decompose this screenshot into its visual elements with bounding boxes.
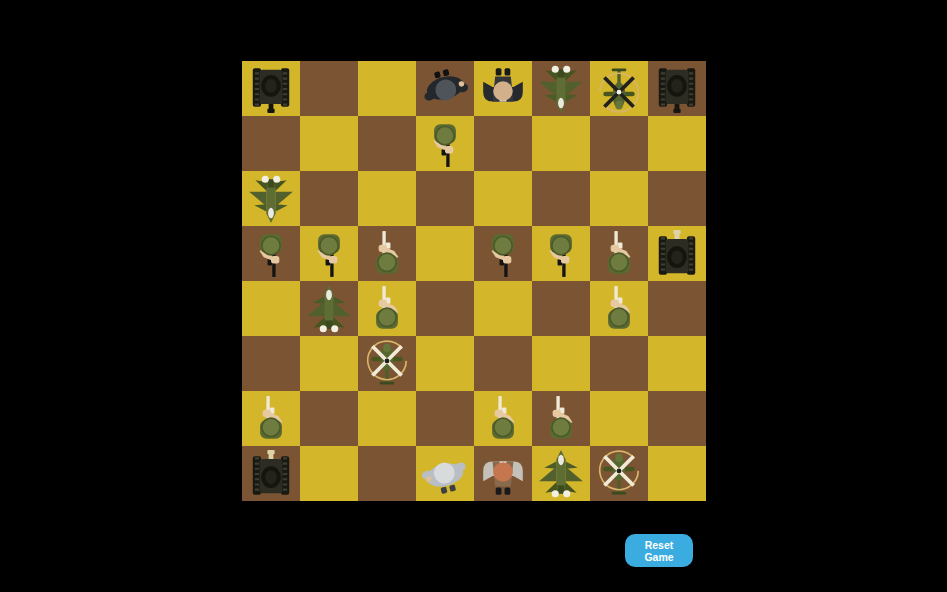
square-e3[interactable]: [474, 336, 532, 391]
piece-white-infantry-soldier[interactable]: [362, 228, 412, 280]
square-g7[interactable]: [590, 116, 648, 171]
square-e7[interactable]: [474, 116, 532, 171]
piece-black-infantry-soldier[interactable]: [536, 228, 586, 280]
square-d1[interactable]: [416, 446, 474, 501]
piece-white-attack-helicopter[interactable]: [594, 448, 644, 500]
attack-helicopter-icon: [594, 63, 644, 115]
square-e5[interactable]: [474, 226, 532, 281]
square-d4[interactable]: [416, 281, 474, 336]
tank-icon: [246, 448, 296, 500]
square-b2[interactable]: [300, 391, 358, 446]
piece-white-fighter-jet[interactable]: [536, 448, 586, 500]
piece-white-commander[interactable]: [478, 448, 528, 500]
square-e8[interactable]: [474, 61, 532, 116]
square-h7[interactable]: [648, 116, 706, 171]
piece-black-tank[interactable]: [246, 63, 296, 115]
square-g1[interactable]: [590, 446, 648, 501]
commander-icon: [478, 63, 528, 115]
square-h1[interactable]: [648, 446, 706, 501]
square-g5[interactable]: [590, 226, 648, 281]
square-a1[interactable]: [242, 446, 300, 501]
square-f2[interactable]: [532, 391, 590, 446]
infantry-soldier-icon: [246, 393, 296, 445]
square-g2[interactable]: [590, 391, 648, 446]
piece-black-fighter-jet[interactable]: [246, 173, 296, 225]
piece-white-infantry-soldier[interactable]: [246, 393, 296, 445]
square-f6[interactable]: [532, 171, 590, 226]
piece-white-infantry-soldier[interactable]: [594, 228, 644, 280]
square-g3[interactable]: [590, 336, 648, 391]
infantry-soldier-icon: [478, 228, 528, 280]
commander-icon: [478, 448, 528, 500]
square-d3[interactable]: [416, 336, 474, 391]
fighter-jet-icon: [536, 63, 586, 115]
square-c6[interactable]: [358, 171, 416, 226]
square-a8[interactable]: [242, 61, 300, 116]
square-d6[interactable]: [416, 171, 474, 226]
square-c7[interactable]: [358, 116, 416, 171]
square-f3[interactable]: [532, 336, 590, 391]
square-c8[interactable]: [358, 61, 416, 116]
infantry-soldier-icon: [420, 118, 470, 170]
fighter-jet-icon: [536, 448, 586, 500]
piece-white-general[interactable]: [420, 448, 470, 500]
square-h5[interactable]: [648, 226, 706, 281]
piece-white-fighter-jet[interactable]: [304, 283, 354, 335]
piece-black-attack-helicopter[interactable]: [594, 63, 644, 115]
square-h6[interactable]: [648, 171, 706, 226]
square-b8[interactable]: [300, 61, 358, 116]
piece-black-commander[interactable]: [478, 63, 528, 115]
square-f7[interactable]: [532, 116, 590, 171]
general-icon: [420, 63, 470, 115]
square-d8[interactable]: [416, 61, 474, 116]
square-h8[interactable]: [648, 61, 706, 116]
infantry-soldier-icon: [304, 228, 354, 280]
square-c2[interactable]: [358, 391, 416, 446]
square-e1[interactable]: [474, 446, 532, 501]
piece-black-infantry-soldier[interactable]: [304, 228, 354, 280]
square-b5[interactable]: [300, 226, 358, 281]
fighter-jet-icon: [246, 173, 296, 225]
square-a7[interactable]: [242, 116, 300, 171]
square-h4[interactable]: [648, 281, 706, 336]
square-f8[interactable]: [532, 61, 590, 116]
square-d7[interactable]: [416, 116, 474, 171]
piece-black-infantry-soldier[interactable]: [478, 228, 528, 280]
square-e2[interactable]: [474, 391, 532, 446]
fighter-jet-icon: [304, 283, 354, 335]
square-c5[interactable]: [358, 226, 416, 281]
square-b4[interactable]: [300, 281, 358, 336]
square-c1[interactable]: [358, 446, 416, 501]
square-f5[interactable]: [532, 226, 590, 281]
piece-white-tank[interactable]: [246, 448, 296, 500]
square-a5[interactable]: [242, 226, 300, 281]
square-e4[interactable]: [474, 281, 532, 336]
square-b7[interactable]: [300, 116, 358, 171]
tank-icon: [652, 228, 702, 280]
tank-icon: [652, 63, 702, 115]
tank-icon: [246, 63, 296, 115]
square-a4[interactable]: [242, 281, 300, 336]
square-g8[interactable]: [590, 61, 648, 116]
square-b3[interactable]: [300, 336, 358, 391]
square-g6[interactable]: [590, 171, 648, 226]
piece-black-tank[interactable]: [652, 63, 702, 115]
square-e6[interactable]: [474, 171, 532, 226]
square-g4[interactable]: [590, 281, 648, 336]
square-h2[interactable]: [648, 391, 706, 446]
square-d2[interactable]: [416, 391, 474, 446]
square-a2[interactable]: [242, 391, 300, 446]
square-f1[interactable]: [532, 446, 590, 501]
piece-black-infantry-soldier[interactable]: [420, 118, 470, 170]
attack-helicopter-icon: [594, 448, 644, 500]
square-a6[interactable]: [242, 171, 300, 226]
square-c4[interactable]: [358, 281, 416, 336]
attack-helicopter-icon: [362, 338, 412, 390]
piece-white-infantry-soldier[interactable]: [478, 393, 528, 445]
piece-white-infantry-soldier[interactable]: [594, 283, 644, 335]
game-board: [242, 61, 706, 501]
square-c3[interactable]: [358, 336, 416, 391]
square-b1[interactable]: [300, 446, 358, 501]
piece-black-general[interactable]: [420, 63, 470, 115]
piece-black-fighter-jet[interactable]: [536, 63, 586, 115]
piece-white-attack-helicopter[interactable]: [362, 338, 412, 390]
infantry-soldier-icon: [246, 228, 296, 280]
infantry-soldier-icon: [478, 393, 528, 445]
infantry-soldier-icon: [594, 283, 644, 335]
piece-white-infantry-soldier[interactable]: [536, 393, 586, 445]
piece-white-infantry-soldier[interactable]: [362, 283, 412, 335]
square-f4[interactable]: [532, 281, 590, 336]
square-a3[interactable]: [242, 336, 300, 391]
square-h3[interactable]: [648, 336, 706, 391]
piece-black-infantry-soldier[interactable]: [246, 228, 296, 280]
infantry-soldier-icon: [536, 393, 586, 445]
square-b6[interactable]: [300, 171, 358, 226]
infantry-soldier-icon: [362, 283, 412, 335]
piece-white-tank[interactable]: [652, 228, 702, 280]
infantry-soldier-icon: [536, 228, 586, 280]
infantry-soldier-icon: [594, 228, 644, 280]
infantry-soldier-icon: [362, 228, 412, 280]
general-icon: [420, 448, 470, 500]
square-d5[interactable]: [416, 226, 474, 281]
reset-game-button[interactable]: Reset Game: [625, 534, 693, 567]
